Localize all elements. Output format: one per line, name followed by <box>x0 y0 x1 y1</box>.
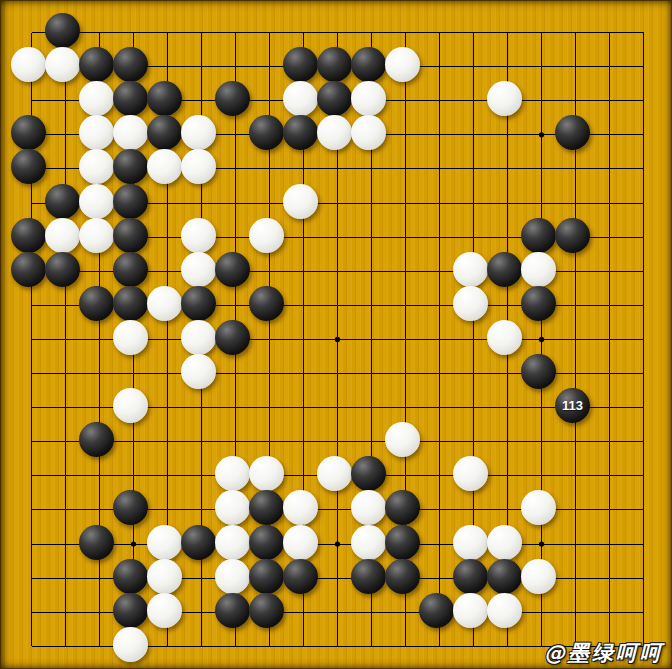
stone-black <box>79 525 114 560</box>
stone-white <box>453 286 488 321</box>
stone-black <box>45 184 80 219</box>
stone-white <box>453 593 488 628</box>
watermark-text: @墨绿呵呵 <box>544 639 664 667</box>
stone-black <box>113 559 148 594</box>
stone-white <box>79 218 114 253</box>
star-point <box>539 337 544 342</box>
stone-white <box>249 218 284 253</box>
stone-black <box>351 559 386 594</box>
move-number-label: 113 <box>562 399 583 412</box>
stone-black <box>317 81 352 116</box>
stone-black <box>11 252 46 287</box>
stone-black <box>147 81 182 116</box>
stone-black <box>79 286 114 321</box>
stone-white <box>215 525 250 560</box>
stone-black <box>79 47 114 82</box>
stone-white <box>283 81 318 116</box>
stone-black <box>283 559 318 594</box>
stone-black <box>113 593 148 628</box>
stone-black <box>351 47 386 82</box>
stone-white <box>453 525 488 560</box>
stone-white <box>147 559 182 594</box>
star-point <box>539 541 544 546</box>
stone-white <box>79 81 114 116</box>
stone-white <box>385 422 420 457</box>
stone-white <box>181 354 216 389</box>
stone-black <box>11 218 46 253</box>
stone-white <box>487 81 522 116</box>
stone-black <box>113 81 148 116</box>
stone-black <box>521 354 556 389</box>
stone-white <box>147 593 182 628</box>
stone-white <box>521 559 556 594</box>
stone-white <box>351 525 386 560</box>
stone-white <box>215 559 250 594</box>
stone-white <box>453 252 488 287</box>
stone-black: 113 <box>555 388 590 423</box>
stone-black <box>215 252 250 287</box>
stone-white <box>147 525 182 560</box>
stone-black <box>283 47 318 82</box>
stone-black <box>113 218 148 253</box>
stone-black <box>79 422 114 457</box>
star-point <box>131 541 136 546</box>
stone-white <box>283 184 318 219</box>
stone-white <box>147 286 182 321</box>
stone-white <box>351 81 386 116</box>
stone-black <box>215 320 250 355</box>
stone-black <box>453 559 488 594</box>
stone-white <box>11 47 46 82</box>
stone-black <box>113 184 148 219</box>
stone-white <box>487 593 522 628</box>
stone-white <box>45 47 80 82</box>
go-board[interactable]: 113 @墨绿呵呵 <box>0 0 672 669</box>
stone-black <box>317 47 352 82</box>
stone-black <box>113 286 148 321</box>
stone-black <box>215 593 250 628</box>
stone-white <box>113 627 148 662</box>
stone-black <box>385 525 420 560</box>
stone-white <box>181 252 216 287</box>
star-point <box>335 541 340 546</box>
stone-black <box>249 525 284 560</box>
stone-black <box>215 81 250 116</box>
stone-black <box>487 252 522 287</box>
stone-black <box>555 218 590 253</box>
stone-black <box>385 559 420 594</box>
stone-white <box>113 388 148 423</box>
stone-black <box>249 286 284 321</box>
stone-black <box>181 525 216 560</box>
star-point <box>539 132 544 137</box>
stone-black <box>419 593 454 628</box>
stone-white <box>79 184 114 219</box>
stone-white <box>181 320 216 355</box>
stone-black <box>249 593 284 628</box>
stone-black <box>45 252 80 287</box>
stone-black <box>249 559 284 594</box>
star-point <box>335 337 340 342</box>
stone-black <box>487 559 522 594</box>
stone-white <box>521 252 556 287</box>
stone-white <box>181 218 216 253</box>
stone-white <box>487 525 522 560</box>
stone-black <box>521 286 556 321</box>
stone-white <box>487 320 522 355</box>
stone-white <box>45 218 80 253</box>
stone-black <box>521 218 556 253</box>
stone-black <box>181 286 216 321</box>
stone-black <box>45 13 80 48</box>
stone-black <box>113 47 148 82</box>
stone-white <box>113 320 148 355</box>
stone-white <box>283 525 318 560</box>
stone-black <box>113 252 148 287</box>
stone-white <box>385 47 420 82</box>
